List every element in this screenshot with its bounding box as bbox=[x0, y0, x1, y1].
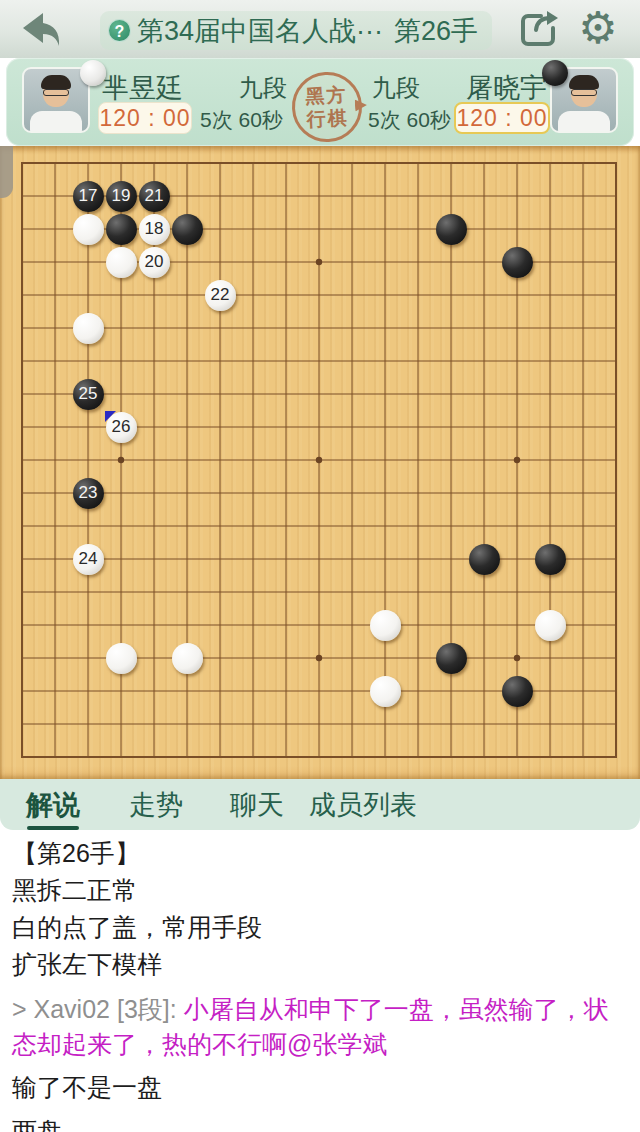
tab-bar: 解说 走势 聊天 成员列表 bbox=[0, 779, 640, 830]
stone-black bbox=[502, 676, 533, 707]
stone-white bbox=[106, 247, 137, 278]
stone-black bbox=[436, 214, 467, 245]
stone-black-17: 17 bbox=[73, 181, 104, 212]
stone-black-23: 23 bbox=[73, 478, 104, 509]
stone-black bbox=[502, 247, 533, 278]
chat-message-row: > Xavi02 [3段]: 小屠自从和申下了一盘，虽然输了，状态却起来了，热的… bbox=[0, 992, 640, 1062]
commentary-line: 扩张左下模样 bbox=[0, 946, 640, 983]
player-panel: 芈昱廷 九段 120 : 00 5次 60秒 黑方行棋 5次 60秒 120 :… bbox=[6, 58, 634, 146]
white-player-name: 芈昱廷 bbox=[102, 70, 183, 106]
stone-white-20: 20 bbox=[139, 247, 170, 278]
white-player-rank: 九段 bbox=[239, 72, 287, 104]
game-title-pill[interactable]: ? 第34届中国名人战··· 第26手 bbox=[100, 11, 492, 50]
stone-black bbox=[469, 544, 500, 575]
move-counter: 第26手 bbox=[394, 13, 478, 49]
commentary-feed[interactable]: 【第26手】 黑拆二正常 白的点了盖，常用手段 扩张左下模样 > Xavi02 … bbox=[0, 830, 640, 1132]
stone-black bbox=[535, 544, 566, 575]
black-player-rank: 九段 bbox=[372, 72, 420, 104]
stone-white bbox=[535, 610, 566, 641]
stone-white bbox=[106, 643, 137, 674]
stone-white bbox=[370, 610, 401, 641]
stone-white-26: 26 bbox=[106, 412, 137, 443]
stone-white-22: 22 bbox=[205, 280, 236, 311]
commentary-line: 白的点了盖，常用手段 bbox=[0, 909, 640, 946]
white-player-byoyomi: 5次 60秒 bbox=[200, 106, 283, 134]
stone-white-18: 18 bbox=[139, 214, 170, 245]
stone-black bbox=[106, 214, 137, 245]
commentary-line: 两盘 bbox=[0, 1113, 640, 1132]
chat-user-handle: > Xavi02 [3段]: bbox=[12, 995, 184, 1023]
white-player-timer: 120 : 00 bbox=[98, 102, 192, 134]
tab-trend[interactable]: 走势 bbox=[129, 787, 183, 823]
black-player-name: 屠晓宇 bbox=[455, 70, 547, 106]
stone-white bbox=[73, 214, 104, 245]
settings-gear-icon[interactable]: ⚙ bbox=[574, 2, 622, 54]
commentary-line: 输了不是一盘 bbox=[0, 1069, 640, 1106]
tab-member-list[interactable]: 成员列表 bbox=[309, 787, 417, 823]
black-player-timer: 120 : 00 bbox=[454, 102, 550, 134]
share-icon[interactable] bbox=[516, 8, 562, 52]
black-player-byoyomi: 5次 60秒 bbox=[368, 106, 451, 134]
black-to-move-seal: 黑方行棋 bbox=[290, 70, 364, 144]
stone-black bbox=[436, 643, 467, 674]
stone-black-21: 21 bbox=[139, 181, 170, 212]
tab-chat[interactable]: 聊天 bbox=[230, 787, 284, 823]
stone-black-25: 25 bbox=[73, 379, 104, 410]
game-title: 第34届中国名人战··· bbox=[137, 13, 383, 49]
back-icon[interactable] bbox=[16, 8, 62, 50]
commentary-line: 黑拆二正常 bbox=[0, 872, 640, 909]
stone-black-19: 19 bbox=[106, 181, 137, 212]
stone-white bbox=[370, 676, 401, 707]
stone-black bbox=[172, 214, 203, 245]
top-bar: ? 第34届中国名人战··· 第26手 ⚙ bbox=[0, 0, 640, 58]
stone-white-24: 24 bbox=[73, 544, 104, 575]
tab-commentary[interactable]: 解说 bbox=[26, 787, 80, 823]
help-icon[interactable]: ? bbox=[108, 19, 131, 42]
commentary-move-header: 【第26手】 bbox=[0, 835, 640, 872]
go-board[interactable]: 17192118202225262324 bbox=[0, 146, 640, 779]
stone-white bbox=[73, 313, 104, 344]
stone-white bbox=[172, 643, 203, 674]
black-stone-badge bbox=[542, 60, 568, 86]
last-move-marker bbox=[105, 411, 116, 422]
